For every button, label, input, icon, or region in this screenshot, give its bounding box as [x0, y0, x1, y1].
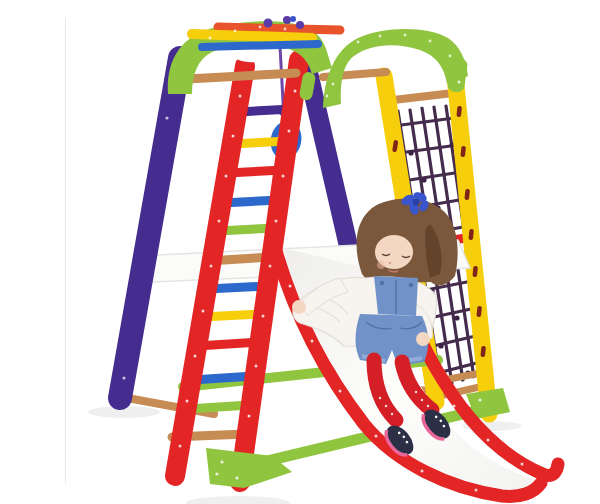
product-photo: Product photo on a white studio backgrou…	[40, 16, 600, 504]
crossbar-orange	[218, 27, 340, 30]
play-gym-scene	[40, 16, 600, 504]
child-right-hand	[416, 332, 430, 346]
right-arch-handle-hole	[372, 45, 413, 63]
top-dowel-left	[187, 73, 296, 79]
crossbar-blue	[202, 44, 318, 47]
left-frame-front-leg	[120, 58, 180, 398]
child-left-hand	[292, 300, 306, 314]
